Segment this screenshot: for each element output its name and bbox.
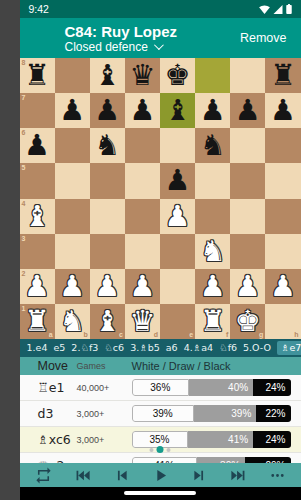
rank-label-6: 6 — [22, 129, 26, 136]
black-piece-a8: ♜ — [24, 61, 50, 90]
titles: C84: Ruy Lopez Closed defence — [65, 23, 240, 54]
rank-label-2: 2 — [22, 270, 26, 277]
square-d1[interactable]: d♛ — [125, 304, 160, 339]
white-percent: 36% — [132, 379, 190, 396]
move-token-2[interactable]: 2.♘f3 — [71, 342, 98, 354]
square-g1[interactable]: g♚ — [230, 304, 265, 339]
square-d7[interactable]: ♟ — [125, 93, 160, 128]
black-piece-e5: ♟ — [165, 166, 191, 195]
wdb-bar: 36%40%24% — [132, 379, 292, 396]
square-e8[interactable]: ♚ — [160, 58, 195, 93]
wdb-bar: 41%30%29% — [132, 457, 292, 463]
square-c2[interactable]: ♟ — [90, 269, 125, 304]
white-piece-b2: ♟ — [59, 272, 85, 301]
square-g6[interactable] — [230, 128, 265, 163]
square-b5[interactable] — [55, 163, 90, 198]
playback-toolbar — [20, 463, 301, 487]
square-d8[interactable]: ♛ — [125, 58, 160, 93]
square-c8[interactable]: ♝ — [90, 58, 125, 93]
move-list: 1.e4e52.♘f3♘c63.♗b5a64.♗a4♘f65.O-O♗e7 — [20, 339, 301, 357]
white-piece-b1: ♞ — [59, 307, 85, 336]
white-piece-f1: ♜ — [200, 307, 226, 336]
skip-start-button[interactable] — [67, 463, 97, 487]
white-piece-a1: ♜ — [24, 307, 50, 336]
square-b8[interactable] — [55, 58, 90, 93]
square-a3[interactable]: 3 — [20, 234, 55, 269]
draw-percent: 40% — [189, 379, 253, 396]
row-move: ♗xc6 — [38, 432, 77, 447]
move-token-5[interactable]: a6 — [166, 342, 178, 354]
black-piece-f7: ♟ — [200, 96, 226, 125]
white-piece-a2: ♟ — [24, 272, 50, 301]
file-label-h: h — [294, 331, 298, 338]
file-label-g: g — [259, 331, 263, 338]
square-c1[interactable]: c♝ — [90, 304, 125, 339]
square-b4[interactable] — [55, 199, 90, 234]
repeat-button[interactable] — [28, 463, 58, 487]
square-g7[interactable]: ♟ — [230, 93, 265, 128]
white-piece-f3: ♞ — [200, 237, 226, 266]
row-games: 3,000+ — [77, 409, 132, 419]
black-percent: 24% — [253, 431, 291, 448]
file-label-c: c — [119, 331, 123, 338]
black-piece-h8: ♜ — [270, 61, 296, 90]
file-label-f: f — [226, 331, 228, 338]
table-row-1[interactable]: d33,000+39%39%22% — [20, 401, 301, 427]
table-row-0[interactable]: ♖e140,000+36%40%24% — [20, 375, 301, 401]
android-nav-bar — [20, 487, 301, 500]
square-e5[interactable]: ♟ — [160, 163, 195, 198]
move-token-1[interactable]: e5 — [53, 342, 65, 354]
chess-board: 8♜♝♛♚♜7♟♟♟♝♟♟♟6♟♞♞5♟4♝♟3♞2♟♟♟♟♟♟♟1a♜b♞c♝… — [20, 58, 301, 339]
table-row-2[interactable]: ♗xc63,000+35%41%24% — [20, 427, 301, 453]
square-d4[interactable] — [125, 199, 160, 234]
rank-label-4: 4 — [22, 200, 26, 207]
square-c7[interactable]: ♟ — [90, 93, 125, 128]
square-e4[interactable]: ♟ — [160, 199, 195, 234]
rank-label-1: 1 — [22, 305, 26, 312]
draw-percent: 30% — [197, 457, 245, 463]
move-token-9[interactable]: ♗e7 — [277, 341, 301, 355]
file-label-e: e — [189, 331, 193, 338]
more-button[interactable] — [262, 463, 292, 487]
black-percent: 22% — [256, 405, 291, 422]
draw-percent: 39% — [194, 405, 256, 422]
square-h1[interactable]: h — [265, 304, 300, 339]
square-f5[interactable] — [195, 163, 230, 198]
status-bar: 9:42 — [20, 0, 301, 18]
square-a2[interactable]: 2♟ — [20, 269, 55, 304]
square-e3[interactable] — [160, 234, 195, 269]
square-d2[interactable]: ♟ — [125, 269, 160, 304]
white-piece-c2: ♟ — [94, 272, 120, 301]
square-c5[interactable] — [90, 163, 125, 198]
file-label-b: b — [83, 331, 87, 338]
white-piece-d2: ♟ — [129, 272, 155, 301]
rank-label-8: 8 — [22, 59, 26, 66]
black-piece-d7: ♟ — [129, 96, 155, 125]
loading-dot — [149, 448, 153, 452]
white-percent: 39% — [132, 405, 194, 422]
repeat-icon — [34, 466, 53, 485]
square-b3[interactable] — [55, 234, 90, 269]
rank-label-3: 3 — [22, 235, 26, 242]
loading-dot — [156, 446, 163, 453]
rank-label-7: 7 — [22, 94, 26, 101]
chevron-down-icon — [154, 40, 164, 50]
square-h4[interactable] — [265, 199, 300, 234]
battery-icon — [286, 4, 292, 14]
black-piece-g7: ♟ — [235, 96, 261, 125]
play-button[interactable] — [145, 463, 175, 487]
square-g2[interactable]: ♟ — [230, 269, 265, 304]
square-h6[interactable] — [265, 128, 300, 163]
wifi-icon — [259, 5, 270, 14]
move-token-0[interactable]: 1.e4 — [27, 342, 48, 354]
black-piece-c7: ♟ — [94, 96, 120, 125]
square-a7[interactable]: 7 — [20, 93, 55, 128]
status-time: 9:42 — [29, 3, 49, 15]
square-d3[interactable] — [125, 234, 160, 269]
square-f7[interactable]: ♟ — [195, 93, 230, 128]
row-wdb-bar: 35%41%24% — [132, 431, 301, 448]
square-b2[interactable]: ♟ — [55, 269, 90, 304]
square-g8[interactable] — [230, 58, 265, 93]
square-a1[interactable]: 1a♜ — [20, 304, 55, 339]
header-move: Move — [38, 359, 77, 373]
move-token-7[interactable]: ♘f6 — [219, 342, 237, 354]
row-games: 3,000+ — [77, 435, 132, 445]
black-piece-e7: ♝ — [165, 96, 191, 125]
black-piece-c6: ♞ — [94, 131, 120, 160]
square-e7[interactable]: ♝ — [160, 93, 195, 128]
table-header: Move Games White / Draw / Black — [20, 357, 301, 375]
skip-end-icon — [229, 466, 248, 485]
row-wdb-bar: 41%30%29% — [132, 457, 301, 463]
black-percent: 24% — [253, 379, 291, 396]
square-h7[interactable]: ♟ — [265, 93, 300, 128]
draw-percent: 41% — [188, 431, 254, 448]
square-f1[interactable]: f♜ — [195, 304, 230, 339]
next-icon — [190, 466, 209, 485]
play-icon — [151, 466, 170, 485]
square-a4[interactable]: 4♝ — [20, 199, 55, 234]
square-e2[interactable] — [160, 269, 195, 304]
table-row-3[interactable]: ♕e21,000+41%30%29% — [20, 453, 301, 463]
loading-dots — [149, 446, 170, 453]
square-c3[interactable] — [90, 234, 125, 269]
header-wdb: White / Draw / Black — [132, 360, 301, 372]
move-token-3[interactable]: ♘c6 — [104, 342, 124, 354]
square-e1[interactable]: e — [160, 304, 195, 339]
square-a5[interactable]: 5 — [20, 163, 55, 198]
previous-button[interactable] — [106, 463, 136, 487]
square-g3[interactable] — [230, 234, 265, 269]
square-c4[interactable] — [90, 199, 125, 234]
black-piece-f6: ♞ — [200, 131, 226, 160]
file-label-d: d — [154, 331, 158, 338]
page-title: C84: Ruy Lopez — [65, 23, 240, 40]
square-h2[interactable]: ♟ — [265, 269, 300, 304]
remove-button[interactable]: Remove — [240, 31, 287, 45]
square-f3[interactable]: ♞ — [195, 234, 230, 269]
white-piece-a4: ♝ — [24, 202, 50, 231]
square-b7[interactable]: ♟ — [55, 93, 90, 128]
white-piece-g2: ♟ — [235, 272, 261, 301]
square-b1[interactable]: b♞ — [55, 304, 90, 339]
black-percent: 29% — [245, 457, 291, 463]
square-e6[interactable] — [160, 128, 195, 163]
status-icons — [259, 4, 292, 14]
square-c6[interactable]: ♞ — [90, 128, 125, 163]
row-wdb-bar: 39%39%22% — [132, 405, 301, 422]
square-f6[interactable]: ♞ — [195, 128, 230, 163]
white-piece-e4: ♟ — [165, 202, 191, 231]
square-g5[interactable] — [230, 163, 265, 198]
cell-signal-icon — [273, 5, 283, 14]
header-games: Games — [77, 361, 132, 371]
black-piece-b7: ♟ — [59, 96, 85, 125]
square-h5[interactable] — [265, 163, 300, 198]
file-label-a: a — [49, 331, 53, 338]
row-move: ♖e1 — [38, 380, 77, 395]
black-piece-h7: ♟ — [270, 96, 296, 125]
square-d5[interactable] — [125, 163, 160, 198]
rank-label-5: 5 — [22, 164, 26, 171]
wdb-bar: 39%39%22% — [132, 405, 292, 422]
variation-selector[interactable]: Closed defence — [65, 40, 240, 54]
square-h3[interactable] — [265, 234, 300, 269]
black-piece-e8: ♚ — [165, 61, 191, 90]
loading-dot — [166, 448, 170, 452]
square-g4[interactable] — [230, 199, 265, 234]
nav-handle[interactable] — [124, 491, 196, 495]
square-f4[interactable] — [195, 199, 230, 234]
black-piece-d8: ♛ — [129, 61, 155, 90]
white-percent: 41% — [132, 457, 198, 463]
square-a6[interactable]: 6♟ — [20, 128, 55, 163]
more-icon — [268, 466, 287, 485]
white-piece-d1: ♛ — [129, 307, 155, 336]
square-b6[interactable] — [55, 128, 90, 163]
move-token-4[interactable]: 3.♗b5 — [130, 342, 160, 354]
square-f8[interactable] — [195, 58, 230, 93]
white-piece-h2: ♟ — [270, 272, 296, 301]
move-token-6[interactable]: 4.♗a4 — [184, 342, 213, 354]
next-button[interactable] — [184, 463, 214, 487]
black-piece-c8: ♝ — [94, 61, 120, 90]
row-games: 40,000+ — [77, 383, 132, 393]
square-h8[interactable]: ♜ — [265, 58, 300, 93]
variation-label: Closed defence — [65, 40, 148, 54]
black-piece-a6: ♟ — [24, 131, 50, 160]
previous-icon — [112, 466, 131, 485]
white-piece-g1: ♚ — [235, 307, 261, 336]
stats-table-body: ♖e140,000+36%40%24%d33,000+39%39%22%♗xc6… — [20, 375, 301, 463]
square-f2[interactable]: ♟ — [195, 269, 230, 304]
app-bar: C84: Ruy Lopez Closed defence Remove — [20, 18, 301, 58]
skip-start-icon — [73, 466, 92, 485]
square-d6[interactable] — [125, 128, 160, 163]
app-root: 9:42 C84: Ruy Lopez Closed defence Remov… — [20, 0, 301, 500]
skip-end-button[interactable] — [223, 463, 253, 487]
move-token-8[interactable]: 5.O-O — [243, 342, 271, 354]
row-move: d3 — [38, 406, 77, 421]
white-piece-f2: ♟ — [200, 272, 226, 301]
square-a8[interactable]: 8♜ — [20, 58, 55, 93]
row-wdb-bar: 36%40%24% — [132, 379, 301, 396]
white-piece-c1: ♝ — [94, 307, 120, 336]
